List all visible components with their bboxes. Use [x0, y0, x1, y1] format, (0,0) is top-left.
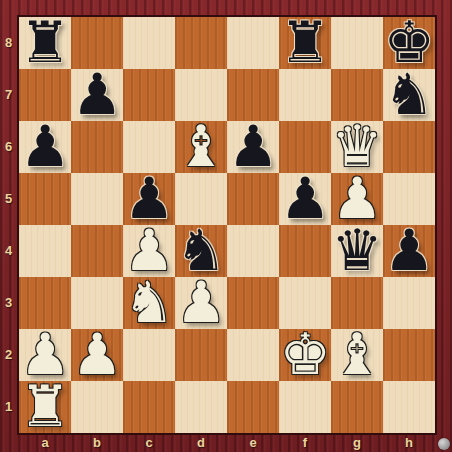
- square-a6[interactable]: ♟: [19, 121, 71, 173]
- square-f4[interactable]: [279, 225, 331, 277]
- square-g4[interactable]: ♛: [331, 225, 383, 277]
- square-g2[interactable]: ♝: [331, 329, 383, 381]
- rank-label-5: 5: [0, 173, 17, 225]
- black-queen-g4[interactable]: ♛: [331, 224, 382, 276]
- square-a1[interactable]: ♜: [19, 381, 71, 433]
- square-h2[interactable]: [383, 329, 435, 381]
- square-c8[interactable]: [123, 17, 175, 69]
- file-label-c: c: [123, 435, 175, 452]
- rank-labels: 87654321: [0, 17, 17, 433]
- square-c1[interactable]: [123, 381, 175, 433]
- black-pawn-b7[interactable]: ♟: [71, 68, 122, 120]
- square-c2[interactable]: [123, 329, 175, 381]
- square-f5[interactable]: ♟: [279, 173, 331, 225]
- white-pawn-g5[interactable]: ♟: [331, 172, 382, 224]
- square-f8[interactable]: ♜: [279, 17, 331, 69]
- square-e8[interactable]: [227, 17, 279, 69]
- square-d6[interactable]: ♝: [175, 121, 227, 173]
- square-b2[interactable]: ♟: [71, 329, 123, 381]
- chess-board-frame: 87654321 ♜♜♚♟♞♟♝♟♛♟♟♟♟♞♛♟♞♟♟♟♚♝♜ abcdefg…: [0, 0, 452, 452]
- square-f2[interactable]: ♚: [279, 329, 331, 381]
- square-b6[interactable]: [71, 121, 123, 173]
- file-label-f: f: [279, 435, 331, 452]
- rank-label-3: 3: [0, 277, 17, 329]
- white-king-f2[interactable]: ♚: [279, 328, 330, 380]
- square-d8[interactable]: [175, 17, 227, 69]
- square-e2[interactable]: [227, 329, 279, 381]
- square-c3[interactable]: ♞: [123, 277, 175, 329]
- square-f7[interactable]: [279, 69, 331, 121]
- rank-label-8: 8: [0, 17, 17, 69]
- square-h3[interactable]: [383, 277, 435, 329]
- square-d3[interactable]: ♟: [175, 277, 227, 329]
- black-knight-d4[interactable]: ♞: [175, 224, 226, 276]
- square-e6[interactable]: ♟: [227, 121, 279, 173]
- square-a5[interactable]: [19, 173, 71, 225]
- square-e1[interactable]: [227, 381, 279, 433]
- black-pawn-e6[interactable]: ♟: [227, 120, 278, 172]
- resize-grip-icon[interactable]: [438, 438, 450, 450]
- square-b5[interactable]: [71, 173, 123, 225]
- file-label-b: b: [71, 435, 123, 452]
- white-pawn-b2[interactable]: ♟: [71, 328, 122, 380]
- rank-label-7: 7: [0, 69, 17, 121]
- black-king-h8[interactable]: ♚: [383, 16, 434, 68]
- square-h6[interactable]: [383, 121, 435, 173]
- square-g1[interactable]: [331, 381, 383, 433]
- square-h4[interactable]: ♟: [383, 225, 435, 277]
- file-labels: abcdefgh: [19, 435, 435, 452]
- square-h7[interactable]: ♞: [383, 69, 435, 121]
- black-knight-h7[interactable]: ♞: [383, 68, 434, 120]
- white-pawn-a2[interactable]: ♟: [19, 328, 70, 380]
- file-label-e: e: [227, 435, 279, 452]
- white-bishop-d6[interactable]: ♝: [175, 120, 226, 172]
- white-bishop-g2[interactable]: ♝: [331, 328, 382, 380]
- square-d2[interactable]: [175, 329, 227, 381]
- white-pawn-c4[interactable]: ♟: [123, 224, 174, 276]
- square-b1[interactable]: [71, 381, 123, 433]
- file-label-g: g: [331, 435, 383, 452]
- rank-label-6: 6: [0, 121, 17, 173]
- black-rook-a8[interactable]: ♜: [19, 16, 70, 68]
- square-e5[interactable]: [227, 173, 279, 225]
- white-pawn-d3[interactable]: ♟: [175, 276, 226, 328]
- white-rook-a1[interactable]: ♜: [19, 380, 70, 432]
- square-e3[interactable]: [227, 277, 279, 329]
- square-d1[interactable]: [175, 381, 227, 433]
- black-pawn-c5[interactable]: ♟: [123, 172, 174, 224]
- square-b4[interactable]: [71, 225, 123, 277]
- square-e4[interactable]: [227, 225, 279, 277]
- square-a4[interactable]: [19, 225, 71, 277]
- square-b7[interactable]: ♟: [71, 69, 123, 121]
- rank-label-1: 1: [0, 381, 17, 433]
- square-h1[interactable]: [383, 381, 435, 433]
- rank-label-2: 2: [0, 329, 17, 381]
- board: ♜♜♚♟♞♟♝♟♛♟♟♟♟♞♛♟♞♟♟♟♚♝♜: [17, 15, 437, 435]
- square-f1[interactable]: [279, 381, 331, 433]
- black-pawn-h4[interactable]: ♟: [383, 224, 434, 276]
- white-queen-g6[interactable]: ♛: [331, 120, 382, 172]
- black-rook-f8[interactable]: ♜: [279, 16, 330, 68]
- black-pawn-f5[interactable]: ♟: [279, 172, 330, 224]
- black-pawn-a6[interactable]: ♟: [19, 120, 70, 172]
- file-label-a: a: [19, 435, 71, 452]
- file-label-d: d: [175, 435, 227, 452]
- square-g8[interactable]: [331, 17, 383, 69]
- rank-label-4: 4: [0, 225, 17, 277]
- square-c7[interactable]: [123, 69, 175, 121]
- square-a8[interactable]: ♜: [19, 17, 71, 69]
- white-knight-c3[interactable]: ♞: [123, 276, 174, 328]
- file-label-h: h: [383, 435, 435, 452]
